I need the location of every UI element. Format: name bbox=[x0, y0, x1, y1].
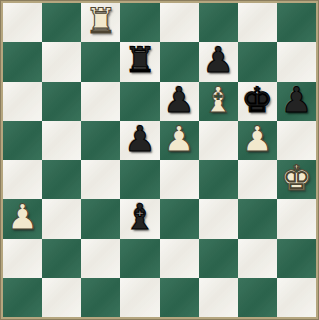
square-e6[interactable]: ♟ bbox=[160, 82, 199, 121]
square-a5[interactable] bbox=[3, 121, 42, 160]
square-e3[interactable] bbox=[160, 199, 199, 238]
square-a3[interactable]: ♟ bbox=[3, 199, 42, 238]
square-a8[interactable] bbox=[3, 3, 42, 42]
square-g4[interactable] bbox=[238, 160, 277, 199]
piece-white-pawn[interactable]: ♟ bbox=[7, 200, 38, 235]
square-h8[interactable] bbox=[277, 3, 316, 42]
square-a1[interactable] bbox=[3, 278, 42, 317]
piece-black-bishop[interactable]: ♝ bbox=[124, 200, 155, 235]
square-e5[interactable]: ♟ bbox=[160, 121, 199, 160]
square-c1[interactable] bbox=[81, 278, 120, 317]
square-d4[interactable] bbox=[120, 160, 159, 199]
square-g8[interactable] bbox=[238, 3, 277, 42]
square-g1[interactable] bbox=[238, 278, 277, 317]
square-d1[interactable] bbox=[120, 278, 159, 317]
square-f8[interactable] bbox=[199, 3, 238, 42]
square-d5[interactable]: ♟ bbox=[120, 121, 159, 160]
square-b5[interactable] bbox=[42, 121, 81, 160]
square-b2[interactable] bbox=[42, 239, 81, 278]
square-f7[interactable]: ♟ bbox=[199, 42, 238, 81]
square-c6[interactable] bbox=[81, 82, 120, 121]
square-f6[interactable]: ♝ bbox=[199, 82, 238, 121]
square-f2[interactable] bbox=[199, 239, 238, 278]
square-h6[interactable]: ♟ bbox=[277, 82, 316, 121]
square-d2[interactable] bbox=[120, 239, 159, 278]
square-a4[interactable] bbox=[3, 160, 42, 199]
piece-white-king[interactable]: ♚ bbox=[281, 161, 312, 196]
chess-board-frame: ♜♜♟♟♝♚♟♟♟♟♚♟♝ bbox=[0, 0, 319, 320]
piece-black-pawn[interactable]: ♟ bbox=[281, 83, 312, 118]
square-b1[interactable] bbox=[42, 278, 81, 317]
square-c8[interactable]: ♜ bbox=[81, 3, 120, 42]
piece-white-pawn[interactable]: ♟ bbox=[163, 122, 194, 157]
piece-white-pawn[interactable]: ♟ bbox=[242, 122, 273, 157]
chess-board: ♜♜♟♟♝♚♟♟♟♟♚♟♝ bbox=[3, 3, 316, 317]
piece-white-bishop[interactable]: ♝ bbox=[202, 83, 233, 118]
square-b8[interactable] bbox=[42, 3, 81, 42]
square-c7[interactable] bbox=[81, 42, 120, 81]
square-g5[interactable]: ♟ bbox=[238, 121, 277, 160]
square-h5[interactable] bbox=[277, 121, 316, 160]
square-f1[interactable] bbox=[199, 278, 238, 317]
square-g2[interactable] bbox=[238, 239, 277, 278]
square-h4[interactable]: ♚ bbox=[277, 160, 316, 199]
square-a7[interactable] bbox=[3, 42, 42, 81]
square-h1[interactable] bbox=[277, 278, 316, 317]
piece-black-pawn[interactable]: ♟ bbox=[124, 122, 155, 157]
square-d7[interactable]: ♜ bbox=[120, 42, 159, 81]
square-a2[interactable] bbox=[3, 239, 42, 278]
square-h3[interactable] bbox=[277, 199, 316, 238]
piece-black-pawn[interactable]: ♟ bbox=[163, 83, 194, 118]
piece-black-rook[interactable]: ♜ bbox=[124, 43, 155, 78]
square-e2[interactable] bbox=[160, 239, 199, 278]
square-b4[interactable] bbox=[42, 160, 81, 199]
square-f3[interactable] bbox=[199, 199, 238, 238]
square-g3[interactable] bbox=[238, 199, 277, 238]
square-b7[interactable] bbox=[42, 42, 81, 81]
square-e8[interactable] bbox=[160, 3, 199, 42]
square-c3[interactable] bbox=[81, 199, 120, 238]
square-e1[interactable] bbox=[160, 278, 199, 317]
square-h7[interactable] bbox=[277, 42, 316, 81]
square-d3[interactable]: ♝ bbox=[120, 199, 159, 238]
square-e4[interactable] bbox=[160, 160, 199, 199]
square-b3[interactable] bbox=[42, 199, 81, 238]
square-f5[interactable] bbox=[199, 121, 238, 160]
square-f4[interactable] bbox=[199, 160, 238, 199]
square-d8[interactable] bbox=[120, 3, 159, 42]
piece-white-rook[interactable]: ♜ bbox=[85, 4, 116, 39]
square-g7[interactable] bbox=[238, 42, 277, 81]
square-b6[interactable] bbox=[42, 82, 81, 121]
square-d6[interactable] bbox=[120, 82, 159, 121]
square-c4[interactable] bbox=[81, 160, 120, 199]
square-c5[interactable] bbox=[81, 121, 120, 160]
square-c2[interactable] bbox=[81, 239, 120, 278]
square-g6[interactable]: ♚ bbox=[238, 82, 277, 121]
piece-black-king[interactable]: ♚ bbox=[242, 83, 273, 118]
square-h2[interactable] bbox=[277, 239, 316, 278]
square-a6[interactable] bbox=[3, 82, 42, 121]
square-e7[interactable] bbox=[160, 42, 199, 81]
piece-black-pawn[interactable]: ♟ bbox=[202, 43, 233, 78]
